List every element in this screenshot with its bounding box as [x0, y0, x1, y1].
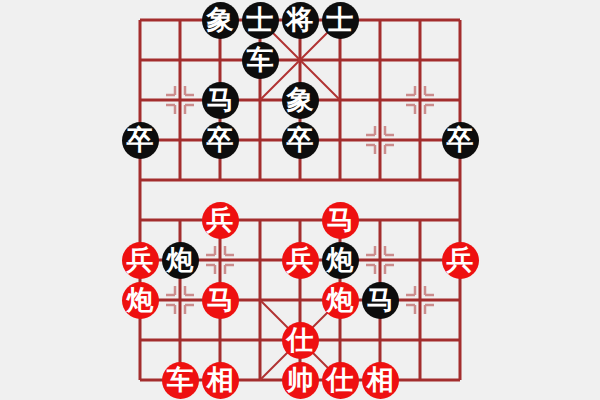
piece-red-horse[interactable]: 马 — [322, 202, 359, 239]
piece-red-advisor[interactable]: 仕 — [322, 362, 359, 399]
piece-red-advisor[interactable]: 仕 — [282, 322, 319, 359]
piece-black-advisor[interactable]: 士 — [242, 2, 279, 39]
piece-black-soldier[interactable]: 卒 — [122, 122, 159, 159]
piece-black-horse[interactable]: 马 — [362, 282, 399, 319]
piece-red-chariot[interactable]: 车 — [162, 362, 199, 399]
piece-red-general[interactable]: 帅 — [282, 362, 319, 399]
piece-red-elephant[interactable]: 相 — [362, 362, 399, 399]
piece-red-horse[interactable]: 马 — [202, 282, 239, 319]
pieces-layer: 象士将士车马象卒卒卒卒兵马兵炮兵炮兵炮马炮马仕车相帅仕相 — [120, 0, 480, 400]
piece-black-chariot[interactable]: 车 — [242, 42, 279, 79]
piece-red-cannon[interactable]: 炮 — [322, 282, 359, 319]
piece-black-soldier[interactable]: 卒 — [282, 122, 319, 159]
piece-black-soldier[interactable]: 卒 — [442, 122, 479, 159]
piece-black-horse[interactable]: 马 — [202, 82, 239, 119]
piece-red-soldier[interactable]: 兵 — [442, 242, 479, 279]
xiangqi-board: 象士将士车马象卒卒卒卒兵马兵炮兵炮兵炮马炮马仕车相帅仕相 — [0, 0, 600, 400]
piece-black-advisor[interactable]: 士 — [322, 2, 359, 39]
piece-black-elephant[interactable]: 象 — [202, 2, 239, 39]
piece-black-elephant[interactable]: 象 — [282, 82, 319, 119]
piece-red-soldier[interactable]: 兵 — [202, 202, 239, 239]
piece-red-elephant[interactable]: 相 — [202, 362, 239, 399]
piece-red-soldier[interactable]: 兵 — [122, 242, 159, 279]
piece-black-general[interactable]: 将 — [282, 2, 319, 39]
piece-red-cannon[interactable]: 炮 — [122, 282, 159, 319]
piece-red-soldier[interactable]: 兵 — [282, 242, 319, 279]
piece-black-cannon[interactable]: 炮 — [322, 242, 359, 279]
piece-black-cannon[interactable]: 炮 — [162, 242, 199, 279]
piece-black-soldier[interactable]: 卒 — [202, 122, 239, 159]
